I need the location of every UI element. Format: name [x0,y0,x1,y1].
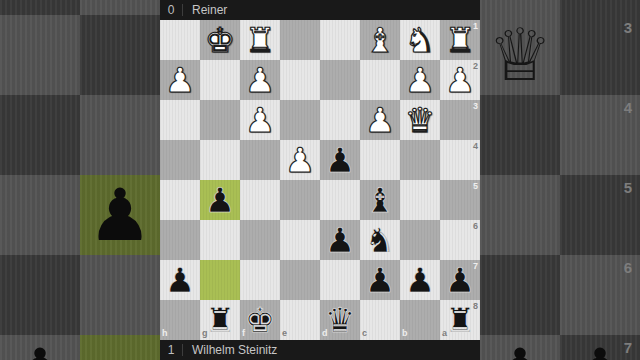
top-player-name[interactable]: Reiner [192,3,227,17]
piece-black-knight-c6[interactable]: ♞ [360,220,400,260]
square-h6[interactable] [160,220,200,260]
square-a1[interactable]: ♜1 [440,20,480,60]
background-piece-bP-icon: ♟ [568,335,633,360]
background-piece-bP-icon: ♟ [8,335,73,360]
square-d3[interactable] [320,100,360,140]
background-piece-wP-icon: ♙ [488,0,553,15]
square-a7[interactable]: ♟7 [440,260,480,300]
piece-white-knight-b1[interactable]: ♞ [400,20,440,60]
piece-black-pawn-d4[interactable]: ♟ [320,140,360,180]
background-piece-wQ-icon: ♕ [488,15,553,95]
piece-white-pawn-f2[interactable]: ♟ [240,60,280,100]
piece-black-pawn-c7[interactable]: ♟ [360,260,400,300]
square-g2[interactable] [200,60,240,100]
square-b3[interactable]: ♛ [400,100,440,140]
piece-black-pawn-g5[interactable]: ♟ [200,180,240,220]
bottom-player-bar: 1 Wilhelm Steinitz [160,340,480,360]
top-player-bar: 0 Reiner [160,0,480,20]
square-b5[interactable] [400,180,440,220]
square-h8[interactable]: h [160,300,200,340]
background-square-g3 [80,15,160,95]
background-piece-bP-icon: ♟ [488,335,553,360]
coord-rank-2: 2 [473,62,478,71]
piece-white-rook-f1[interactable]: ♜ [240,20,280,60]
square-e2[interactable] [280,60,320,100]
square-d1[interactable] [320,20,360,60]
background-square-g2 [80,0,160,15]
piece-white-king-g1[interactable]: ♚ [200,20,240,60]
piece-black-pawn-b7[interactable]: ♟ [400,260,440,300]
piece-white-queen-b3[interactable]: ♛ [400,100,440,140]
square-f1[interactable]: ♜ [240,20,280,60]
background-rank-label-6: 6 [624,259,632,276]
square-b2[interactable]: ♟ [400,60,440,100]
piece-black-pawn-d6[interactable]: ♟ [320,220,360,260]
coord-rank-3: 3 [473,102,478,111]
square-e8[interactable]: e [280,300,320,340]
background-rank-label-4: 4 [624,99,632,116]
background-square-b6 [480,255,560,335]
square-c8[interactable]: c [360,300,400,340]
square-b1[interactable]: ♞ [400,20,440,60]
coord-file-b: b [402,329,408,338]
background-square-b5 [480,175,560,255]
square-g3[interactable] [200,100,240,140]
background-square-g6 [80,255,160,335]
square-g6[interactable] [200,220,240,260]
background-square-a4: 4 [560,95,640,175]
square-e7[interactable] [280,260,320,300]
square-a3[interactable]: 3 [440,100,480,140]
square-h7[interactable]: ♟ [160,260,200,300]
square-g1[interactable]: ♚ [200,20,240,60]
square-f8[interactable]: ♚f [240,300,280,340]
background-square-b4 [480,95,560,175]
square-f5[interactable] [240,180,280,220]
square-d4[interactable]: ♟ [320,140,360,180]
square-d5[interactable] [320,180,360,220]
background-square-b7: ♟ [480,335,560,360]
background-square-b3: ♕ [480,15,560,95]
piece-black-king-f8[interactable]: ♚ [240,300,280,340]
background-square-h3 [0,15,80,95]
square-c1[interactable]: ♝ [360,20,400,60]
square-c2[interactable] [360,60,400,100]
piece-white-bishop-c1[interactable]: ♝ [360,20,400,60]
square-a4[interactable]: 4 [440,140,480,180]
background-piece-wP-icon: ♙ [8,0,73,15]
bottom-player-name[interactable]: Wilhelm Steinitz [192,343,277,357]
coord-file-h: h [162,329,168,338]
square-h1[interactable] [160,20,200,60]
square-c4[interactable] [360,140,400,180]
bottom-bar-divider [182,344,183,356]
square-e4[interactable]: ♟ [280,140,320,180]
coord-file-g: g [202,329,208,338]
background-square-h4 [0,95,80,175]
coord-file-d: d [322,329,328,338]
app-screen: ♙♟♟♙♙♕3456♟♟7 0 Reiner ♚♜♝♞♜1♟♟♟♟2♟♟♛3♟♟… [0,0,640,360]
square-c7[interactable]: ♟ [360,260,400,300]
square-a2[interactable]: ♟2 [440,60,480,100]
coord-file-a: a [442,329,447,338]
background-square-g4 [80,95,160,175]
coord-rank-1: 1 [473,22,478,31]
top-player-score: 0 [160,3,182,17]
square-b6[interactable] [400,220,440,260]
background-square-b2: ♙ [480,0,560,15]
coord-file-e: e [282,329,287,338]
background-square-h2: ♙ [0,0,80,15]
square-h3[interactable] [160,100,200,140]
square-f7[interactable] [240,260,280,300]
square-f4[interactable] [240,140,280,180]
square-a5[interactable]: 5 [440,180,480,220]
square-c5[interactable]: ♝ [360,180,400,220]
background-rank-label-5: 5 [624,179,632,196]
square-e6[interactable] [280,220,320,260]
square-f3[interactable]: ♟ [240,100,280,140]
square-b8[interactable]: b [400,300,440,340]
background-rank-label-3: 3 [624,19,632,36]
square-f2[interactable]: ♟ [240,60,280,100]
square-a8[interactable]: ♜8a [440,300,480,340]
background-square-g5: ♟ [80,175,160,255]
coord-file-c: c [362,329,367,338]
piece-white-pawn-f3[interactable]: ♟ [240,100,280,140]
piece-white-pawn-c3[interactable]: ♟ [360,100,400,140]
piece-white-pawn-h2[interactable]: ♟ [160,60,200,100]
square-b7[interactable]: ♟ [400,260,440,300]
square-g4[interactable] [200,140,240,180]
square-h5[interactable] [160,180,200,220]
background-square-a3: 3 [560,15,640,95]
bottom-player-score: 1 [160,343,182,357]
background-square-a7: ♟7 [560,335,640,360]
square-g7[interactable] [200,260,240,300]
square-e5[interactable] [280,180,320,220]
background-rank-label-7: 7 [624,339,632,356]
square-c3[interactable]: ♟ [360,100,400,140]
square-e1[interactable] [280,20,320,60]
square-d7[interactable] [320,260,360,300]
square-h2[interactable]: ♟ [160,60,200,100]
square-e3[interactable] [280,100,320,140]
coord-rank-6: 6 [473,222,478,231]
coord-rank-5: 5 [473,182,478,191]
coord-rank-4: 4 [473,142,478,151]
coord-rank-8: 8 [473,302,478,311]
square-b4[interactable] [400,140,440,180]
background-square-a5: 5 [560,175,640,255]
square-f6[interactable] [240,220,280,260]
piece-white-pawn-e4[interactable]: ♟ [280,140,320,180]
background-square-h5 [0,175,80,255]
top-bar-divider [182,4,183,16]
background-square-a6: 6 [560,255,640,335]
coord-rank-7: 7 [473,262,478,271]
square-d2[interactable] [320,60,360,100]
square-g8[interactable]: ♜g [200,300,240,340]
background-square-h6 [0,255,80,335]
chess-board: ♚♜♝♞♜1♟♟♟♟2♟♟♛3♟♟4♟♝5♟♞6♟♟♟♟7h♜g♚fe♛dcb♜… [160,20,480,340]
piece-black-bishop-c5[interactable]: ♝ [360,180,400,220]
background-square-a2: ♙ [560,0,640,15]
square-d6[interactable]: ♟ [320,220,360,260]
background-piece-bP-icon: ♟ [88,175,153,255]
coord-file-f: f [242,329,245,338]
square-a6[interactable]: 6 [440,220,480,260]
square-g5[interactable]: ♟ [200,180,240,220]
background-piece-wP-icon: ♙ [568,0,633,15]
background-square-g7 [80,335,160,360]
square-c6[interactable]: ♞ [360,220,400,260]
background-square-h7: ♟ [0,335,80,360]
square-d8[interactable]: ♛d [320,300,360,340]
square-h4[interactable] [160,140,200,180]
piece-white-pawn-b2[interactable]: ♟ [400,60,440,100]
piece-black-pawn-h7[interactable]: ♟ [160,260,200,300]
